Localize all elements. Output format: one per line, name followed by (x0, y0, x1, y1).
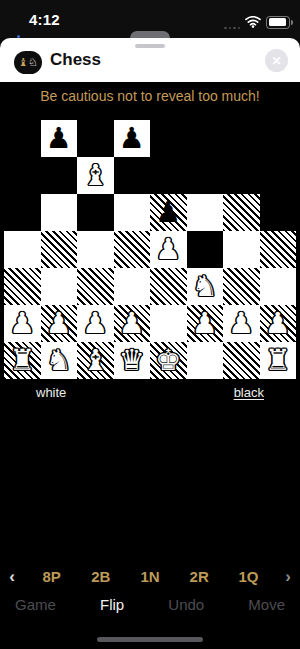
chevron-right-icon[interactable]: › (278, 566, 298, 588)
square-d3[interactable] (114, 268, 151, 305)
icon-bishop-glyph: ♝ (18, 57, 28, 68)
square-h6[interactable] (260, 157, 297, 194)
turn-label-black: black (234, 385, 264, 400)
page-title: Chess (50, 50, 101, 70)
icon-knight-glyph: ♘ (28, 57, 38, 68)
square-g7[interactable] (223, 120, 260, 157)
square-d4[interactable] (114, 231, 151, 268)
piece-wP-d2: ♟ (119, 309, 145, 338)
square-e6[interactable] (150, 157, 187, 194)
status-time: 4:12 (29, 11, 60, 28)
square-c3[interactable] (77, 268, 114, 305)
square-e3[interactable] (150, 268, 187, 305)
square-c4[interactable] (77, 231, 114, 268)
toolbar-undo-button[interactable]: Undo (168, 596, 204, 613)
square-f6[interactable] (187, 157, 224, 194)
square-b5[interactable] (41, 194, 78, 231)
square-d7[interactable]: ♟ (114, 120, 151, 157)
square-g1[interactable] (223, 342, 260, 379)
square-f2[interactable]: ♟ (187, 305, 224, 342)
square-c6[interactable]: ♝ (77, 157, 114, 194)
status-icons (224, 15, 290, 29)
piece-wB-c6: ♝ (82, 161, 108, 190)
square-b6[interactable] (41, 157, 78, 194)
square-c7[interactable] (77, 120, 114, 157)
sheet-grabber[interactable] (135, 44, 165, 48)
tray-item-1n[interactable]: 1N (125, 566, 174, 588)
tray-items: 8P2B1N2R1Q (27, 566, 273, 588)
tray-item-2b[interactable]: 2B (76, 566, 125, 588)
square-a7[interactable] (4, 120, 41, 157)
tray-item-1q[interactable]: 1Q (224, 566, 273, 588)
piece-bP-b7: ♟ (46, 124, 72, 153)
piece-wR-h1: ♜ (265, 346, 291, 375)
square-e7[interactable] (150, 120, 187, 157)
piece-wB-c1: ♝ (82, 346, 108, 375)
wifi-icon (245, 16, 261, 28)
piece-wQ-d1: ♛ (119, 346, 145, 375)
square-e4[interactable]: ♟ (150, 231, 187, 268)
square-d2[interactable]: ♟ (114, 305, 151, 342)
square-c5[interactable] (77, 194, 114, 231)
square-f4[interactable] (187, 231, 224, 268)
piece-wP-e4: ♟ (155, 235, 181, 264)
square-h3[interactable] (260, 268, 297, 305)
piece-bP-d7: ♟ (119, 124, 145, 153)
square-b3[interactable] (41, 268, 78, 305)
toolbar-flip-button[interactable]: Flip (100, 596, 124, 613)
piece-wP-c2: ♟ (82, 309, 108, 338)
square-b1[interactable]: ♞ (41, 342, 78, 379)
tray-item-8p[interactable]: 8P (27, 566, 76, 588)
square-a5[interactable] (4, 194, 41, 231)
square-a4[interactable] (4, 231, 41, 268)
chess-app-icon: ♝ ♘ (14, 51, 42, 74)
toolbar-game-button[interactable]: Game (15, 596, 56, 613)
piece-wN-b1: ♞ (46, 346, 72, 375)
square-g4[interactable] (223, 231, 260, 268)
battery-icon (266, 16, 290, 29)
square-h5[interactable] (260, 194, 297, 231)
square-f1[interactable] (187, 342, 224, 379)
piece-wP-f2: ♟ (192, 309, 218, 338)
square-e5[interactable]: ♟ (150, 194, 187, 231)
piece-wN-f3: ♞ (192, 272, 218, 301)
square-b2[interactable]: ♟ (41, 305, 78, 342)
square-g2[interactable]: ♟ (223, 305, 260, 342)
piece-wK-e1: ♚ (155, 346, 181, 375)
square-h1[interactable]: ♜ (260, 342, 297, 379)
square-f3[interactable]: ♞ (187, 268, 224, 305)
piece-wP-g2: ♟ (228, 309, 254, 338)
chess-board: ♟♟♝♟♟♞♟♟♟♟♟♟♟♜♞♝♛♚♜ (4, 120, 296, 379)
chevron-left-icon[interactable]: ‹ (2, 566, 22, 588)
square-c2[interactable]: ♟ (77, 305, 114, 342)
sheet-header: ♝ ♘ Chess ✕ (0, 38, 300, 82)
bottom-toolbar: GameFlipUndoMove (0, 596, 300, 613)
square-d5[interactable] (114, 194, 151, 231)
tray-item-2r[interactable]: 2R (175, 566, 224, 588)
square-h2[interactable]: ♟ (260, 305, 297, 342)
square-a3[interactable] (4, 268, 41, 305)
square-e1[interactable]: ♚ (150, 342, 187, 379)
turn-label-white: white (36, 385, 66, 400)
square-e2[interactable] (150, 305, 187, 342)
square-a1[interactable]: ♜ (4, 342, 41, 379)
square-h7[interactable] (260, 120, 297, 157)
close-button[interactable]: ✕ (265, 49, 288, 72)
square-c1[interactable]: ♝ (77, 342, 114, 379)
square-g6[interactable] (223, 157, 260, 194)
piece-tray: ‹ 8P2B1N2R1Q › (0, 566, 300, 588)
piece-wP-a2: ♟ (9, 309, 35, 338)
piece-wP-b2: ♟ (46, 309, 72, 338)
square-a2[interactable]: ♟ (4, 305, 41, 342)
square-f7[interactable] (187, 120, 224, 157)
home-indicator[interactable] (97, 637, 203, 642)
warning-text: Be cautious not to reveal too much! (0, 88, 300, 104)
toolbar-move-button[interactable]: Move (248, 596, 285, 613)
piece-bP-e5: ♟ (155, 198, 181, 227)
cellular-signal-icon (224, 15, 240, 29)
square-d6[interactable] (114, 157, 151, 194)
square-a6[interactable] (4, 157, 41, 194)
square-h4[interactable] (260, 231, 297, 268)
square-b4[interactable] (41, 231, 78, 268)
piece-wP-h2: ♟ (265, 309, 291, 338)
chess-app-sheet: ♝ ♘ Chess ✕ Be cautious not to reveal to… (0, 38, 300, 649)
square-d1[interactable]: ♛ (114, 342, 151, 379)
turn-labels: white black (0, 385, 300, 400)
piece-wR-a1: ♜ (9, 346, 35, 375)
square-g3[interactable] (223, 268, 260, 305)
square-b7[interactable]: ♟ (41, 120, 78, 157)
phone-screen: 4:12 ♝ ♘ Chess ✕ (0, 0, 300, 649)
square-g5[interactable] (223, 194, 260, 231)
close-icon: ✕ (271, 54, 281, 68)
square-f5[interactable] (187, 194, 224, 231)
